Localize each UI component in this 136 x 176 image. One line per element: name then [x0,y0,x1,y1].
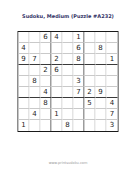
cell-r1c4[interactable]: 4 [52,32,63,43]
cell-r8c2[interactable]: 4 [30,109,41,120]
cell-r6c2[interactable] [30,87,41,98]
cell-r5c6[interactable]: 3 [74,76,85,87]
cell-r7c3[interactable]: 8 [41,98,52,109]
cell-r1c5[interactable] [63,32,74,43]
cell-r5c7[interactable] [85,76,96,87]
cell-r8c1[interactable] [19,109,30,120]
cell-r5c2[interactable]: 8 [30,76,41,87]
cell-r3c1[interactable]: 9 [19,54,30,65]
cell-r1c6[interactable]: 1 [74,32,85,43]
cell-r5c9[interactable] [107,76,118,87]
cell-r2c5[interactable] [63,43,74,54]
cell-r8c3[interactable] [41,109,52,120]
cell-r1c2[interactable] [30,32,41,43]
cell-r5c8[interactable] [96,76,107,87]
cell-r9c6[interactable] [74,120,85,131]
cell-r5c3[interactable] [41,76,52,87]
cell-r2c4[interactable] [52,43,63,54]
cell-r8c6[interactable] [74,109,85,120]
cell-r4c9[interactable] [107,65,118,76]
cell-r7c8[interactable] [96,98,107,109]
cell-r6c9[interactable] [107,87,118,98]
cell-r3c8[interactable] [96,54,107,65]
cell-r7c6[interactable] [74,98,85,109]
cell-r5c5[interactable] [63,76,74,87]
cell-r7c2[interactable] [30,98,41,109]
cell-r8c5[interactable] [63,109,74,120]
sudoku-grid: 6414689728126834729854417183 [18,31,119,132]
cell-r8c8[interactable] [96,109,107,120]
cell-r6c8[interactable]: 9 [96,87,107,98]
cell-r2c8[interactable]: 8 [96,43,107,54]
cell-r4c6[interactable] [74,65,85,76]
cell-r7c4[interactable] [52,98,63,109]
cell-r3c6[interactable]: 8 [74,54,85,65]
cell-r9c8[interactable] [96,120,107,131]
cell-r7c7[interactable]: 5 [85,98,96,109]
cell-r9c1[interactable]: 1 [19,120,30,131]
cell-r3c9[interactable]: 1 [107,54,118,65]
cell-r2c1[interactable]: 4 [19,43,30,54]
cell-r1c8[interactable] [96,32,107,43]
sudoku-page: Sudoku, Medium (Puzzle #A232) 6414689728… [0,0,136,176]
cell-r4c8[interactable] [96,65,107,76]
cell-r4c5[interactable] [63,65,74,76]
cell-r4c1[interactable] [19,65,30,76]
cell-r3c4[interactable]: 2 [52,54,63,65]
cell-r2c3[interactable] [41,43,52,54]
cell-r3c2[interactable]: 7 [30,54,41,65]
cell-r6c6[interactable]: 7 [74,87,85,98]
cell-r9c9[interactable]: 3 [107,120,118,131]
cell-r7c1[interactable] [19,98,30,109]
cell-r6c4[interactable] [52,87,63,98]
cell-r1c9[interactable] [107,32,118,43]
cell-r7c9[interactable]: 4 [107,98,118,109]
cell-r8c4[interactable]: 1 [52,109,63,120]
cell-r8c7[interactable] [85,109,96,120]
cell-r4c3[interactable]: 2 [41,65,52,76]
cell-r3c7[interactable] [85,54,96,65]
cell-r8c9[interactable]: 7 [107,109,118,120]
footer-url: www.printsudoku.com [0,161,136,165]
cell-r9c3[interactable] [41,120,52,131]
cell-r7c5[interactable] [63,98,74,109]
cell-r4c7[interactable] [85,65,96,76]
cell-r3c5[interactable] [63,54,74,65]
cell-r4c2[interactable] [30,65,41,76]
cell-r9c7[interactable] [85,120,96,131]
page-title: Sudoku, Medium (Puzzle #A232) [0,13,136,19]
cell-r2c7[interactable] [85,43,96,54]
cell-r3c3[interactable] [41,54,52,65]
cell-r5c1[interactable] [19,76,30,87]
cell-r9c2[interactable] [30,120,41,131]
cell-r2c2[interactable] [30,43,41,54]
cell-r1c7[interactable] [85,32,96,43]
cell-r2c6[interactable]: 6 [74,43,85,54]
cell-r9c5[interactable]: 8 [63,120,74,131]
cell-r6c3[interactable]: 4 [41,87,52,98]
cell-r6c5[interactable] [63,87,74,98]
cell-r6c1[interactable] [19,87,30,98]
cell-r2c9[interactable] [107,43,118,54]
cell-r1c1[interactable] [19,32,30,43]
cell-r1c3[interactable]: 6 [41,32,52,43]
cell-r9c4[interactable] [52,120,63,131]
cell-r5c4[interactable] [52,76,63,87]
cell-r6c7[interactable]: 2 [85,87,96,98]
cell-r4c4[interactable]: 6 [52,65,63,76]
